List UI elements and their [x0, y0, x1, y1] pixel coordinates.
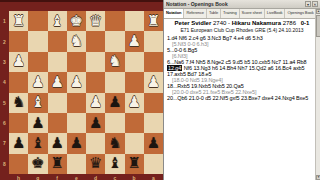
square-e6[interactable]: [67, 113, 86, 133]
white-pawn: ♟: [31, 75, 44, 90]
file-label-d: d: [86, 174, 105, 180]
file-label-c: c: [105, 174, 124, 180]
black-pawn: ♟: [50, 136, 63, 151]
pane-title: Notation - Openings Book: [166, 1, 304, 7]
black-pawn: ♟: [70, 136, 83, 151]
chess-board: ♜♝♚♛♜♞♟♟♞♟♟♟♟♞♝♟♟♟♟♟♟♝♟♟♞♟♚♜♛♝♜: [9, 11, 163, 174]
square-h5[interactable]: ♞: [9, 93, 28, 113]
square-b2[interactable]: ♟: [125, 31, 144, 51]
square-d3[interactable]: [86, 52, 105, 72]
file-label-h: h: [9, 174, 28, 180]
square-c6[interactable]: [105, 113, 124, 133]
black-pawn: ♟: [147, 136, 160, 151]
close-icon[interactable]: ✕: [312, 1, 318, 7]
file-label-a: a: [144, 174, 163, 180]
square-d5[interactable]: ♟: [86, 93, 105, 113]
rank-label-5: 5: [0, 93, 9, 113]
square-g5[interactable]: ♝: [28, 93, 47, 113]
black-bishop: ♝: [108, 156, 121, 171]
black-rook: ♜: [50, 156, 63, 171]
white-player-elo: 2740: [213, 20, 226, 26]
square-c3[interactable]: ♞: [105, 52, 124, 72]
tab-reference[interactable]: Reference: [184, 9, 207, 18]
square-b4[interactable]: [125, 72, 144, 92]
square-c5[interactable]: ♟: [105, 93, 124, 113]
square-g4[interactable]: ♟: [28, 72, 47, 92]
square-h8[interactable]: [9, 154, 28, 174]
square-c7[interactable]: ♞: [105, 133, 124, 153]
white-player-name: Peter Svidler: [175, 20, 212, 26]
game-result: 0-1: [301, 20, 310, 26]
rank-label-3: 3: [0, 52, 9, 72]
pane-caption: Notation - Openings Book ▾ ✕: [164, 0, 320, 9]
rank-label-2: 2: [0, 31, 9, 51]
file-label-e: e: [67, 174, 86, 180]
board-pane: 12345678 ♜♝♚♛♜♞♟♟♞♟♟♟♟♞♝♟♟♟♟♟♟♝♟♟♞♟♚♜♛♝♜…: [0, 0, 163, 180]
black-knight: ♞: [108, 136, 121, 151]
square-g2[interactable]: [28, 31, 47, 51]
square-e1[interactable]: ♚: [67, 11, 86, 31]
black-pawn: ♟: [108, 95, 121, 110]
square-a1[interactable]: ♜: [144, 11, 163, 31]
square-g3[interactable]: [28, 52, 47, 72]
square-e5[interactable]: [67, 93, 86, 113]
square-a7[interactable]: ♟: [144, 133, 163, 153]
square-g8[interactable]: ♚: [28, 154, 47, 174]
tab-notation[interactable]: Notation: [164, 9, 184, 18]
players-separator: -: [228, 20, 230, 26]
square-f2[interactable]: [48, 31, 67, 51]
square-f8[interactable]: ♜: [48, 154, 67, 174]
square-b1[interactable]: [125, 11, 144, 31]
square-e7[interactable]: ♟: [67, 133, 86, 153]
white-rook: ♜: [12, 14, 25, 29]
square-c1[interactable]: [105, 11, 124, 31]
rank-label-1: 1: [0, 11, 9, 31]
square-h1[interactable]: ♜: [9, 11, 28, 31]
black-knight: ♞: [12, 95, 25, 110]
white-bishop: ♝: [50, 14, 63, 29]
notation-text: 1.d4 Nf6 2.c4 g6 3.Nc3 Bg7 4.e4 d6 5.h3[…: [164, 34, 320, 101]
notation-scrollbar[interactable]: ▲ ▼: [315, 9, 320, 180]
square-b6[interactable]: [125, 113, 144, 133]
white-bishop: ♝: [31, 95, 44, 110]
square-a3[interactable]: [144, 52, 163, 72]
square-d2[interactable]: [86, 31, 105, 51]
tab-openings-book[interactable]: Openings Book: [285, 9, 316, 18]
black-player-name: Hikaru Nakamura: [232, 20, 281, 26]
white-pawn: ♟: [89, 95, 102, 110]
white-pawn: ♟: [70, 75, 83, 90]
square-h3[interactable]: ♟: [9, 52, 28, 72]
white-queen: ♛: [89, 14, 102, 29]
rank-label-4: 4: [0, 72, 9, 92]
square-d8[interactable]: ♛: [86, 154, 105, 174]
square-b8[interactable]: ♜: [125, 154, 144, 174]
black-queen: ♛: [89, 156, 102, 171]
black-king: ♚: [31, 156, 44, 171]
square-g6[interactable]: ♟: [28, 113, 47, 133]
scroll-thumb[interactable]: [316, 15, 320, 37]
white-king: ♚: [70, 14, 83, 29]
pin-icon[interactable]: ▾: [305, 1, 311, 7]
white-pawn: ♟: [12, 54, 25, 69]
square-b3[interactable]: [125, 52, 144, 72]
square-f5[interactable]: [48, 93, 67, 113]
tab-bar: NotationReferenceTableTrainingScore shee…: [164, 9, 320, 19]
white-knight: ♞: [70, 34, 83, 49]
black-pawn: ♟: [31, 116, 44, 131]
square-h7[interactable]: ♟: [9, 133, 28, 153]
square-d4[interactable]: [86, 72, 105, 92]
square-f4[interactable]: ♟: [48, 72, 67, 92]
square-h4[interactable]: [9, 72, 28, 92]
square-f3[interactable]: [48, 52, 67, 72]
square-a8[interactable]: [144, 154, 163, 174]
file-label-b: b: [125, 174, 144, 180]
square-h2[interactable]: [9, 31, 28, 51]
square-d6[interactable]: ♟: [86, 113, 105, 133]
square-g1[interactable]: [28, 11, 47, 31]
square-a2[interactable]: [144, 31, 163, 51]
square-b5[interactable]: ♟: [125, 93, 144, 113]
square-h6[interactable]: [9, 113, 28, 133]
square-f6[interactable]: [48, 113, 67, 133]
notation-pane: Notation - Openings Book ▾ ✕ NotationRef…: [163, 0, 320, 180]
game-header: Peter Svidler 2740 - Hikaru Nakamura 278…: [164, 19, 320, 34]
move-text[interactable]: 20...Qb6 21.0-0 d5 22.Nf5 gxf5 23.Bxe7 d…: [167, 95, 308, 101]
square-a4[interactable]: ♟: [144, 72, 163, 92]
square-e2[interactable]: ♞: [67, 31, 86, 51]
chessbase-window: 12345678 ♜♝♚♛♜♞♟♟♞♟♟♟♟♞♝♟♟♟♟♟♟♝♟♟♞♟♚♜♛♝♜…: [0, 0, 320, 180]
black-pawn: ♟: [89, 116, 102, 131]
square-e3[interactable]: [67, 52, 86, 72]
square-g7[interactable]: ♝: [28, 133, 47, 153]
square-c8[interactable]: ♝: [105, 154, 124, 174]
square-a5[interactable]: [144, 93, 163, 113]
black-player-elo: 2786: [283, 20, 296, 26]
square-f1[interactable]: ♝: [48, 11, 67, 31]
square-e4[interactable]: ♟: [67, 72, 86, 92]
move-line[interactable]: 20...Qb6 21.0-0 d5 22.Nf5 gxf5 23.Bxe7 d…: [167, 95, 317, 101]
square-e8[interactable]: [67, 154, 86, 174]
scroll-down-icon[interactable]: ▼: [316, 175, 320, 180]
rank-label-8: 8: [0, 154, 9, 174]
players-line: Peter Svidler 2740 - Hikaru Nakamura 278…: [166, 20, 318, 27]
square-d1[interactable]: ♛: [86, 11, 105, 31]
tab-training[interactable]: Training: [221, 9, 240, 18]
event-line: E71 European Club Cup Rhodes GRE (5.4) 2…: [166, 27, 318, 33]
rank-label-6: 6: [0, 113, 9, 133]
white-knight: ♞: [108, 54, 121, 69]
square-a6[interactable]: [144, 113, 163, 133]
square-c2[interactable]: [105, 31, 124, 51]
scroll-up-icon[interactable]: ▲: [316, 9, 320, 14]
white-rook: ♜: [147, 14, 160, 29]
square-f7[interactable]: ♟: [48, 133, 67, 153]
white-pawn: ♟: [50, 75, 63, 90]
white-pawn: ♟: [147, 75, 160, 90]
square-b7[interactable]: [125, 133, 144, 153]
black-rook: ♜: [127, 156, 140, 171]
white-pawn: ♟: [127, 95, 140, 110]
file-label-f: f: [48, 174, 67, 180]
square-c4[interactable]: [105, 72, 124, 92]
white-pawn: ♟: [127, 34, 140, 49]
file-labels: hgfedcba: [9, 174, 163, 180]
tab-score-sheet[interactable]: Score sheet: [240, 9, 265, 18]
black-pawn: ♟: [12, 136, 25, 151]
rank-labels: 12345678: [0, 11, 9, 174]
black-bishop: ♝: [31, 136, 44, 151]
square-d7[interactable]: [86, 133, 105, 153]
tab-livebook[interactable]: LiveBook: [265, 9, 286, 18]
rank-label-7: 7: [0, 133, 9, 153]
tab-table[interactable]: Table: [207, 9, 221, 18]
file-label-g: g: [28, 174, 47, 180]
